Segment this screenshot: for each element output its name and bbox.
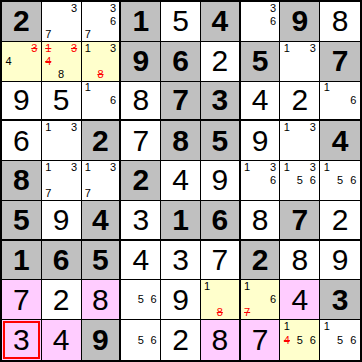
candidate-3: 3 <box>267 2 280 15</box>
cell-r4c8[interactable]: 13 <box>280 121 320 161</box>
cell-r1c6[interactable]: 4 <box>201 2 241 42</box>
empty-candidate-slot <box>306 187 319 200</box>
cell-r8c1[interactable]: 7 <box>2 280 42 320</box>
empty-candidate-slot <box>55 42 68 55</box>
candidate-7: 7 <box>82 187 95 200</box>
candidate-3: 3 <box>306 42 319 55</box>
solved-digit: 3 <box>13 325 30 355</box>
cell-r1c4[interactable]: 1 <box>121 2 161 42</box>
cell-r1c1[interactable]: 2 <box>2 2 42 42</box>
empty-candidate-slot <box>333 107 346 120</box>
pencil-marks: 18 <box>201 280 239 319</box>
given-digit: 1 <box>13 245 30 275</box>
empty-candidate-slot <box>267 306 280 319</box>
given-digit: 5 <box>92 245 109 275</box>
solved-digit: 4 <box>252 85 269 115</box>
empty-candidate-slot <box>280 347 293 360</box>
cell-r8c3[interactable]: 8 <box>82 280 122 320</box>
empty-candidate-slot <box>241 174 254 187</box>
empty-candidate-slot <box>107 68 120 81</box>
cell-r4c4[interactable]: 7 <box>121 121 161 161</box>
cell-r8c9[interactable]: 3 <box>320 280 360 320</box>
cell-r1c8[interactable]: 9 <box>280 2 320 42</box>
given-digit: 4 <box>211 6 228 36</box>
empty-candidate-slot <box>306 55 319 68</box>
cell-r2c3[interactable]: 138 <box>82 42 122 82</box>
empty-candidate-slot <box>28 55 41 68</box>
given-digit: 2 <box>132 165 149 195</box>
candidate-1: 1 <box>82 42 95 55</box>
candidate-3: 3 <box>68 2 81 15</box>
empty-candidate-slot <box>42 15 55 28</box>
given-digit: 8 <box>13 165 30 195</box>
solved-digit: 4 <box>291 285 308 315</box>
empty-candidate-slot <box>254 174 267 187</box>
cell-r7c7[interactable]: 2 <box>241 241 281 281</box>
cell-r7c5[interactable]: 3 <box>161 241 201 281</box>
cell-r1c7[interactable]: 36 <box>241 2 281 42</box>
empty-candidate-slot <box>82 174 95 187</box>
empty-candidate-slot <box>347 347 360 360</box>
candidate-3: 3 <box>68 161 81 174</box>
solved-digit: 7 <box>252 325 269 355</box>
candidate-3: 3 <box>107 2 120 15</box>
empty-candidate-slot <box>82 15 95 28</box>
empty-candidate-slot <box>254 28 267 41</box>
empty-candidate-slot <box>293 55 306 68</box>
empty-candidate-slot <box>293 42 306 55</box>
given-digit: 4 <box>332 126 349 156</box>
empty-candidate-slot <box>55 187 68 200</box>
empty-candidate-slot <box>254 187 267 200</box>
cell-r3c5[interactable]: 7 <box>161 82 201 122</box>
empty-candidate-slot <box>2 42 15 55</box>
empty-candidate-slot <box>94 94 107 107</box>
empty-candidate-slot <box>267 187 280 200</box>
empty-candidate-slot <box>94 107 107 120</box>
empty-candidate-slot <box>55 2 68 15</box>
empty-candidate-slot <box>306 134 319 147</box>
empty-candidate-slot <box>68 68 81 81</box>
empty-candidate-slot <box>82 107 95 120</box>
candidate-5: 5 <box>293 333 306 346</box>
candidate-3: 3 <box>306 121 319 134</box>
pencil-marks: 167 <box>241 280 280 319</box>
empty-candidate-slot <box>55 28 68 41</box>
candidate-6: 6 <box>267 15 280 28</box>
candidate-3: 3 <box>306 161 319 174</box>
empty-candidate-slot <box>55 121 68 134</box>
cell-r5c2[interactable]: 137 <box>42 161 82 201</box>
empty-candidate-slot <box>306 347 319 360</box>
empty-candidate-slot <box>82 68 95 81</box>
pencil-marks: 16 <box>82 82 120 120</box>
empty-candidate-slot <box>241 293 254 306</box>
candidate-1: 1 <box>82 161 95 174</box>
pencil-marks: 1348 <box>42 42 81 81</box>
solved-digit: 8 <box>291 245 308 275</box>
solved-digit: 4 <box>132 245 149 275</box>
empty-candidate-slot <box>94 28 107 41</box>
cell-r3c1[interactable]: 9 <box>2 82 42 122</box>
given-digit: 6 <box>172 46 189 76</box>
candidate-1: 1 <box>280 42 293 55</box>
empty-candidate-slot <box>94 174 107 187</box>
cell-r7c3[interactable]: 5 <box>82 241 122 281</box>
cell-r3c9[interactable]: 16 <box>320 82 360 122</box>
candidate-5: 5 <box>333 174 346 187</box>
cell-r5c1[interactable]: 8 <box>2 161 42 201</box>
candidate-3: 3 <box>107 42 120 55</box>
cell-r5c7[interactable]: 136 <box>241 161 281 201</box>
solved-digit: 2 <box>291 85 308 115</box>
empty-candidate-slot <box>28 68 41 81</box>
empty-candidate-slot <box>107 187 120 200</box>
candidate-6: 6 <box>347 174 360 187</box>
empty-candidate-slot <box>147 320 160 333</box>
empty-candidate-slot <box>42 2 55 15</box>
cell-r7c6[interactable]: 7 <box>201 241 241 281</box>
cell-r1c5[interactable]: 5 <box>161 2 201 42</box>
pencil-marks: 56 <box>121 280 160 319</box>
empty-candidate-slot <box>254 2 267 15</box>
solved-digit: 2 <box>211 46 228 76</box>
empty-candidate-slot <box>15 68 28 81</box>
solved-digit: 7 <box>211 245 228 275</box>
pencil-marks: 1456 <box>280 320 319 360</box>
candidate-5: 5 <box>134 293 147 306</box>
empty-candidate-slot <box>68 147 81 160</box>
cell-r5c8[interactable]: 1356 <box>280 161 320 201</box>
cell-r8c8[interactable]: 4 <box>280 280 320 320</box>
empty-candidate-slot <box>94 15 107 28</box>
given-digit: 7 <box>291 205 308 235</box>
cell-r9c2[interactable]: 4 <box>42 320 82 360</box>
cell-r5c5[interactable]: 4 <box>161 161 201 201</box>
pencil-marks: 1356 <box>280 161 319 200</box>
empty-candidate-slot <box>134 306 147 319</box>
solved-digit: 2 <box>332 205 349 235</box>
solved-digit: 7 <box>132 126 149 156</box>
empty-candidate-slot <box>134 347 147 360</box>
empty-candidate-slot <box>147 280 160 293</box>
empty-candidate-slot <box>333 161 346 174</box>
candidate-7: 7 <box>82 28 95 41</box>
cell-r6c3[interactable]: 4 <box>82 201 122 241</box>
eliminated-candidate-3: 3 <box>68 42 81 55</box>
solved-digit: 9 <box>172 285 189 315</box>
given-digit: 2 <box>92 126 109 156</box>
eliminated-candidate-3: 3 <box>28 42 41 55</box>
cell-r2c6[interactable]: 2 <box>201 42 241 82</box>
empty-candidate-slot <box>320 347 333 360</box>
solved-digit: 9 <box>211 165 228 195</box>
candidate-5: 5 <box>333 333 346 346</box>
empty-candidate-slot <box>107 174 120 187</box>
empty-candidate-slot <box>280 174 293 187</box>
candidate-4: 4 <box>2 55 15 68</box>
candidate-3: 3 <box>107 161 120 174</box>
cell-r5c6[interactable]: 9 <box>201 161 241 201</box>
cell-r4c3[interactable]: 2 <box>82 121 122 161</box>
empty-candidate-slot <box>241 28 254 41</box>
empty-candidate-slot <box>82 55 95 68</box>
cell-r4c5[interactable]: 8 <box>161 121 201 161</box>
empty-candidate-slot <box>68 15 81 28</box>
candidate-1: 1 <box>42 121 55 134</box>
empty-candidate-slot <box>254 280 267 293</box>
solved-digit: 9 <box>332 245 349 275</box>
cell-r9c4[interactable]: 56 <box>121 320 161 360</box>
empty-candidate-slot <box>320 94 333 107</box>
empty-candidate-slot <box>293 320 306 333</box>
empty-candidate-slot <box>55 147 68 160</box>
solved-digit: 4 <box>53 325 70 355</box>
candidate-3: 3 <box>267 161 280 174</box>
candidate-7: 7 <box>42 28 55 41</box>
eliminated-candidate-1: 1 <box>42 42 55 55</box>
cell-r3c2[interactable]: 5 <box>42 82 82 122</box>
pencil-marks: 13 <box>42 121 81 160</box>
cell-r7c4[interactable]: 4 <box>121 241 161 281</box>
candidate-1: 1 <box>320 161 333 174</box>
cell-r9c1-selected[interactable]: 3 <box>2 320 42 360</box>
candidate-6: 6 <box>306 333 319 346</box>
cell-r7c8[interactable]: 8 <box>280 241 320 281</box>
empty-candidate-slot <box>201 306 214 319</box>
pencil-marks: 37 <box>42 2 81 41</box>
cell-r6c2[interactable]: 9 <box>42 201 82 241</box>
solved-digit: 4 <box>172 165 189 195</box>
candidate-5: 5 <box>293 174 306 187</box>
cell-r8c6[interactable]: 18 <box>201 280 241 320</box>
cell-r4c2[interactable]: 13 <box>42 121 82 161</box>
empty-candidate-slot <box>347 107 360 120</box>
solved-digit: 7 <box>13 285 30 315</box>
cell-r4c1[interactable]: 6 <box>2 121 42 161</box>
cell-r6c7[interactable]: 8 <box>241 201 281 241</box>
cell-r9c8[interactable]: 1456 <box>280 320 320 360</box>
empty-candidate-slot <box>121 306 134 319</box>
candidate-1: 1 <box>82 82 95 95</box>
candidate-6: 6 <box>147 333 160 346</box>
solved-digit: 2 <box>53 285 70 315</box>
empty-candidate-slot <box>42 134 55 147</box>
empty-candidate-slot <box>241 15 254 28</box>
empty-candidate-slot <box>94 187 107 200</box>
pencil-marks: 136 <box>241 161 280 200</box>
empty-candidate-slot <box>107 28 120 41</box>
empty-candidate-slot <box>320 174 333 187</box>
cell-r9c6[interactable]: 8 <box>201 320 241 360</box>
cell-r2c9[interactable]: 7 <box>320 42 360 82</box>
given-digit: 6 <box>53 245 70 275</box>
cell-r1c9[interactable]: 8 <box>320 2 360 42</box>
empty-candidate-slot <box>94 161 107 174</box>
empty-candidate-slot <box>347 82 360 95</box>
empty-candidate-slot <box>333 82 346 95</box>
empty-candidate-slot <box>107 82 120 95</box>
empty-candidate-slot <box>241 187 254 200</box>
given-digit: 7 <box>332 46 349 76</box>
empty-candidate-slot <box>134 280 147 293</box>
given-digit: 9 <box>291 6 308 36</box>
empty-candidate-slot <box>213 280 226 293</box>
candidate-6: 6 <box>347 333 360 346</box>
cell-r8c5[interactable]: 9 <box>161 280 201 320</box>
candidate-6: 6 <box>107 94 120 107</box>
cell-r3c6[interactable]: 3 <box>201 82 241 122</box>
empty-candidate-slot <box>280 55 293 68</box>
empty-candidate-slot <box>267 280 280 293</box>
cell-r6c6[interactable]: 6 <box>201 201 241 241</box>
empty-candidate-slot <box>293 187 306 200</box>
cell-r6c5[interactable]: 1 <box>161 201 201 241</box>
cell-r7c9[interactable]: 9 <box>320 241 360 281</box>
solved-digit: 5 <box>53 85 70 115</box>
candidate-1: 1 <box>280 121 293 134</box>
candidate-6: 6 <box>306 174 319 187</box>
given-digit: 9 <box>132 46 149 76</box>
given-digit: 6 <box>211 205 228 235</box>
cell-r9c3[interactable]: 9 <box>82 320 122 360</box>
empty-candidate-slot <box>293 134 306 147</box>
empty-candidate-slot <box>280 134 293 147</box>
cell-r2c2[interactable]: 1348 <box>42 42 82 82</box>
cell-r2c7[interactable]: 5 <box>241 42 281 82</box>
cell-r7c2[interactable]: 6 <box>42 241 82 281</box>
solved-digit: 8 <box>332 6 349 36</box>
cell-r6c9[interactable]: 2 <box>320 201 360 241</box>
empty-candidate-slot <box>347 161 360 174</box>
given-digit: 8 <box>172 126 189 156</box>
given-digit: 1 <box>172 205 189 235</box>
cell-r5c4[interactable]: 2 <box>121 161 161 201</box>
solved-digit: 8 <box>211 325 228 355</box>
candidate-5: 5 <box>134 333 147 346</box>
empty-candidate-slot <box>55 174 68 187</box>
empty-candidate-slot <box>121 347 134 360</box>
empty-candidate-slot <box>107 55 120 68</box>
cell-r9c9[interactable]: 156 <box>320 320 360 360</box>
candidate-6: 6 <box>107 15 120 28</box>
solved-digit: 8 <box>132 85 149 115</box>
cell-r3c3[interactable]: 16 <box>82 82 122 122</box>
cell-r1c2[interactable]: 37 <box>42 2 82 42</box>
cell-r2c5[interactable]: 6 <box>161 42 201 82</box>
empty-candidate-slot <box>15 55 28 68</box>
empty-candidate-slot <box>293 68 306 81</box>
empty-candidate-slot <box>306 147 319 160</box>
cell-r9c5[interactable]: 2 <box>161 320 201 360</box>
pencil-marks: 34 <box>2 42 41 81</box>
pencil-marks: 137 <box>82 161 120 200</box>
empty-candidate-slot <box>55 161 68 174</box>
empty-candidate-slot <box>280 147 293 160</box>
empty-candidate-slot <box>306 68 319 81</box>
cell-r7c1[interactable]: 1 <box>2 241 42 281</box>
empty-candidate-slot <box>306 320 319 333</box>
pencil-marks: 16 <box>320 82 360 120</box>
empty-candidate-slot <box>107 107 120 120</box>
empty-candidate-slot <box>82 2 95 15</box>
empty-candidate-slot <box>2 68 15 81</box>
pencil-marks: 36 <box>241 2 280 41</box>
candidate-1: 1 <box>280 161 293 174</box>
empty-candidate-slot <box>254 161 267 174</box>
candidate-1: 1 <box>241 280 254 293</box>
cell-r8c7[interactable]: 167 <box>241 280 281 320</box>
given-digit: 1 <box>132 6 149 36</box>
eliminated-candidate-7: 7 <box>241 306 254 319</box>
cell-r4c7[interactable]: 9 <box>241 121 281 161</box>
empty-candidate-slot <box>121 320 134 333</box>
candidate-1: 1 <box>280 320 293 333</box>
empty-candidate-slot <box>254 15 267 28</box>
cell-r2c4[interactable]: 9 <box>121 42 161 82</box>
eliminated-candidate-4: 4 <box>280 333 293 346</box>
given-digit: 5 <box>13 205 30 235</box>
cell-r6c4[interactable]: 3 <box>121 201 161 241</box>
pencil-marks: 138 <box>82 42 120 81</box>
empty-candidate-slot <box>94 2 107 15</box>
empty-candidate-slot <box>320 187 333 200</box>
pencil-marks: 56 <box>121 320 160 360</box>
solved-digit: 2 <box>172 325 189 355</box>
empty-candidate-slot <box>333 320 346 333</box>
cell-r8c2[interactable]: 2 <box>42 280 82 320</box>
empty-candidate-slot <box>55 55 68 68</box>
empty-candidate-slot <box>68 187 81 200</box>
candidate-7: 7 <box>42 187 55 200</box>
cell-r1c3[interactable]: 367 <box>82 2 122 42</box>
given-digit: 3 <box>332 285 349 315</box>
empty-candidate-slot <box>68 28 81 41</box>
empty-candidate-slot <box>347 187 360 200</box>
cell-r2c1[interactable]: 34 <box>2 42 42 82</box>
empty-candidate-slot <box>134 320 147 333</box>
empty-candidate-slot <box>293 161 306 174</box>
cell-r6c1[interactable]: 5 <box>2 201 42 241</box>
cell-r5c9[interactable]: 156 <box>320 161 360 201</box>
cell-r4c6[interactable]: 5 <box>201 121 241 161</box>
empty-candidate-slot <box>293 147 306 160</box>
given-digit: 5 <box>211 126 228 156</box>
candidate-1: 1 <box>320 320 333 333</box>
cell-r3c8[interactable]: 2 <box>280 82 320 122</box>
pencil-marks: 13 <box>280 121 319 160</box>
eliminated-candidate-4: 4 <box>42 55 55 68</box>
cell-r5c3[interactable]: 137 <box>82 161 122 201</box>
candidate-6: 6 <box>347 94 360 107</box>
cell-r6c8[interactable]: 7 <box>280 201 320 241</box>
cell-r9c7[interactable]: 7 <box>241 320 281 360</box>
cell-r4c9[interactable]: 4 <box>320 121 360 161</box>
empty-candidate-slot <box>320 333 333 346</box>
cell-r8c4[interactable]: 56 <box>121 280 161 320</box>
cell-r2c8[interactable]: 13 <box>280 42 320 82</box>
cell-r3c7[interactable]: 4 <box>241 82 281 122</box>
empty-candidate-slot <box>147 306 160 319</box>
solved-digit: 5 <box>172 6 189 36</box>
empty-candidate-slot <box>347 320 360 333</box>
cell-r3c4[interactable]: 8 <box>121 82 161 122</box>
empty-candidate-slot <box>94 55 107 68</box>
empty-candidate-slot <box>293 347 306 360</box>
empty-candidate-slot <box>42 174 55 187</box>
given-digit: 3 <box>211 85 228 115</box>
empty-candidate-slot <box>241 2 254 15</box>
